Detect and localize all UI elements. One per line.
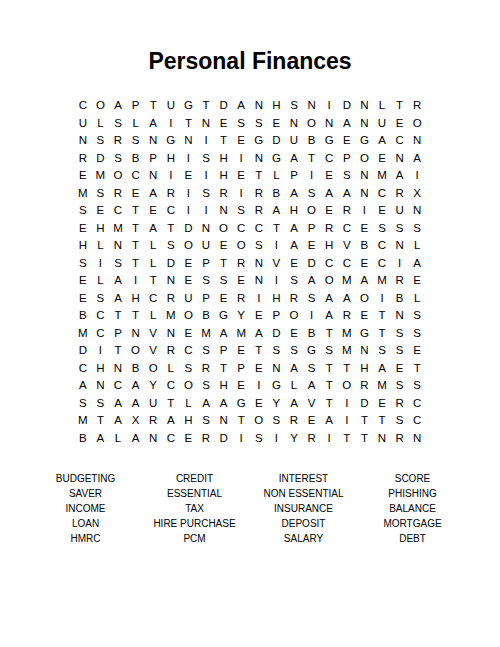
grid-cell[interactable]: R	[232, 290, 250, 308]
grid-cell[interactable]: G	[268, 377, 286, 395]
grid-cell[interactable]: A	[285, 395, 303, 413]
grid-cell[interactable]: E	[338, 132, 356, 150]
grid-cell[interactable]: D	[92, 150, 110, 168]
grid-cell[interactable]: Y	[232, 307, 250, 325]
grid-cell[interactable]: T	[144, 97, 162, 115]
grid-cell[interactable]: N	[250, 97, 268, 115]
grid-cell[interactable]: N	[250, 255, 268, 273]
grid-cell[interactable]: R	[250, 202, 268, 220]
grid-cell[interactable]: A	[285, 220, 303, 238]
grid-cell[interactable]: O	[92, 97, 110, 115]
grid-cell[interactable]: E	[268, 115, 286, 133]
grid-cell[interactable]: E	[391, 360, 409, 378]
grid-cell[interactable]: R	[215, 185, 233, 203]
grid-cell[interactable]: N	[250, 272, 268, 290]
grid-cell[interactable]: T	[127, 202, 145, 220]
grid-cell[interactable]: A	[109, 290, 127, 308]
grid-cell[interactable]: U	[74, 115, 92, 133]
grid-cell[interactable]: N	[303, 97, 321, 115]
grid-cell[interactable]: N	[356, 115, 374, 133]
grid-cell[interactable]: O	[180, 237, 198, 255]
grid-cell[interactable]: A	[197, 395, 215, 413]
grid-cell[interactable]: N	[74, 132, 92, 150]
grid-cell[interactable]: G	[162, 132, 180, 150]
grid-cell[interactable]: H	[92, 360, 110, 378]
grid-cell[interactable]: D	[180, 220, 198, 238]
grid-cell[interactable]: S	[197, 412, 215, 430]
grid-cell[interactable]: T	[127, 255, 145, 273]
grid-cell[interactable]: A	[109, 395, 127, 413]
grid-cell[interactable]: U	[162, 97, 180, 115]
grid-cell[interactable]: N	[162, 272, 180, 290]
grid-cell[interactable]: D	[356, 395, 374, 413]
grid-cell[interactable]: N	[268, 360, 286, 378]
grid-cell[interactable]: E	[250, 307, 268, 325]
grid-cell[interactable]: N	[144, 430, 162, 448]
grid-cell[interactable]: O	[303, 115, 321, 133]
grid-cell[interactable]: M	[373, 377, 391, 395]
grid-cell[interactable]: A	[338, 290, 356, 308]
grid-cell[interactable]: A	[215, 395, 233, 413]
grid-cell[interactable]: I	[303, 167, 321, 185]
grid-cell[interactable]: C	[127, 167, 145, 185]
grid-cell[interactable]: V	[144, 325, 162, 343]
grid-cell[interactable]: N	[408, 202, 426, 220]
grid-cell[interactable]: E	[74, 290, 92, 308]
grid-cell[interactable]: E	[180, 167, 198, 185]
grid-cell[interactable]: A	[285, 185, 303, 203]
grid-cell[interactable]: D	[215, 430, 233, 448]
grid-cell[interactable]: D	[268, 325, 286, 343]
grid-cell[interactable]: S	[320, 342, 338, 360]
grid-cell[interactable]: C	[373, 237, 391, 255]
grid-cell[interactable]: I	[356, 202, 374, 220]
grid-cell[interactable]: E	[373, 202, 391, 220]
grid-cell[interactable]: T	[320, 325, 338, 343]
grid-cell[interactable]: S	[250, 115, 268, 133]
grid-cell[interactable]: I	[268, 272, 286, 290]
grid-cell[interactable]: S	[92, 185, 110, 203]
grid-cell[interactable]: S	[373, 342, 391, 360]
grid-cell[interactable]: A	[250, 325, 268, 343]
grid-cell[interactable]: E	[180, 272, 198, 290]
grid-cell[interactable]: N	[408, 132, 426, 150]
grid-cell[interactable]: I	[197, 167, 215, 185]
grid-cell[interactable]: N	[356, 185, 374, 203]
grid-cell[interactable]: R	[320, 220, 338, 238]
grid-cell[interactable]: V	[303, 395, 321, 413]
grid-cell[interactable]: C	[109, 377, 127, 395]
grid-cell[interactable]: E	[74, 272, 92, 290]
grid-cell[interactable]: A	[320, 307, 338, 325]
grid-cell[interactable]: O	[250, 412, 268, 430]
grid-cell[interactable]: B	[356, 237, 374, 255]
grid-cell[interactable]: A	[373, 132, 391, 150]
grid-cell[interactable]: C	[144, 290, 162, 308]
grid-cell[interactable]: R	[338, 307, 356, 325]
grid-cell[interactable]: E	[373, 150, 391, 168]
grid-cell[interactable]: L	[144, 307, 162, 325]
grid-cell[interactable]: B	[303, 132, 321, 150]
grid-cell[interactable]: E	[232, 272, 250, 290]
grid-cell[interactable]: A	[109, 272, 127, 290]
grid-cell[interactable]: A	[338, 115, 356, 133]
grid-cell[interactable]: R	[356, 377, 374, 395]
grid-cell[interactable]: M	[197, 325, 215, 343]
grid-cell[interactable]: I	[232, 150, 250, 168]
grid-cell[interactable]: A	[215, 325, 233, 343]
grid-cell[interactable]: L	[268, 167, 286, 185]
grid-cell[interactable]: B	[74, 307, 92, 325]
grid-cell[interactable]: G	[303, 342, 321, 360]
grid-cell[interactable]: A	[303, 377, 321, 395]
grid-cell[interactable]: T	[127, 307, 145, 325]
grid-cell[interactable]: T	[215, 132, 233, 150]
grid-cell[interactable]: I	[162, 115, 180, 133]
grid-cell[interactable]: H	[268, 97, 286, 115]
grid-cell[interactable]: E	[303, 412, 321, 430]
grid-cell[interactable]: B	[197, 307, 215, 325]
grid-cell[interactable]: R	[285, 412, 303, 430]
grid-cell[interactable]: E	[215, 115, 233, 133]
grid-cell[interactable]: B	[268, 185, 286, 203]
grid-cell[interactable]: R	[144, 412, 162, 430]
grid-cell[interactable]: A	[320, 185, 338, 203]
grid-cell[interactable]: I	[250, 377, 268, 395]
grid-cell[interactable]: N	[109, 360, 127, 378]
grid-cell[interactable]: S	[250, 237, 268, 255]
grid-cell[interactable]: T	[109, 342, 127, 360]
grid-cell[interactable]: T	[232, 412, 250, 430]
grid-cell[interactable]: E	[180, 255, 198, 273]
grid-cell[interactable]: D	[338, 97, 356, 115]
grid-cell[interactable]: E	[285, 325, 303, 343]
grid-cell[interactable]: T	[320, 360, 338, 378]
grid-cell[interactable]: T	[215, 255, 233, 273]
grid-cell[interactable]: L	[92, 115, 110, 133]
grid-cell[interactable]: E	[74, 167, 92, 185]
grid-cell[interactable]: R	[74, 150, 92, 168]
grid-cell[interactable]: X	[408, 185, 426, 203]
grid-cell[interactable]: P	[338, 150, 356, 168]
grid-cell[interactable]: E	[356, 307, 374, 325]
grid-cell[interactable]: G	[268, 150, 286, 168]
grid-cell[interactable]: E	[303, 237, 321, 255]
grid-cell[interactable]: S	[250, 430, 268, 448]
grid-cell[interactable]: P	[144, 150, 162, 168]
grid-cell[interactable]: C	[74, 97, 92, 115]
grid-cell[interactable]: S	[268, 412, 286, 430]
grid-cell[interactable]: A	[320, 412, 338, 430]
grid-cell[interactable]: T	[338, 430, 356, 448]
grid-cell[interactable]: L	[127, 115, 145, 133]
grid-cell[interactable]: T	[356, 430, 374, 448]
grid-cell[interactable]: M	[74, 412, 92, 430]
grid-cell[interactable]: S	[303, 360, 321, 378]
grid-cell[interactable]: I	[180, 185, 198, 203]
grid-cell[interactable]: L	[92, 237, 110, 255]
grid-cell[interactable]: C	[232, 220, 250, 238]
grid-cell[interactable]: T	[92, 412, 110, 430]
grid-cell[interactable]: O	[408, 115, 426, 133]
grid-cell[interactable]: I	[162, 167, 180, 185]
grid-cell[interactable]: N	[180, 132, 198, 150]
grid-cell[interactable]: C	[162, 430, 180, 448]
grid-cell[interactable]: D	[303, 255, 321, 273]
grid-cell[interactable]: R	[197, 430, 215, 448]
grid-cell[interactable]: S	[74, 202, 92, 220]
grid-cell[interactable]: C	[338, 220, 356, 238]
grid-cell[interactable]: C	[250, 220, 268, 238]
grid-cell[interactable]: H	[180, 412, 198, 430]
grid-cell[interactable]: N	[391, 237, 409, 255]
grid-cell[interactable]: M	[338, 272, 356, 290]
grid-cell[interactable]: I	[303, 307, 321, 325]
grid-cell[interactable]: A	[338, 185, 356, 203]
grid-cell[interactable]: A	[109, 412, 127, 430]
grid-cell[interactable]: S	[391, 377, 409, 395]
grid-cell[interactable]: I	[338, 395, 356, 413]
grid-cell[interactable]: I	[180, 150, 198, 168]
grid-cell[interactable]: T	[373, 412, 391, 430]
grid-cell[interactable]: O	[144, 360, 162, 378]
grid-cell[interactable]: I	[197, 132, 215, 150]
grid-cell[interactable]: E	[391, 115, 409, 133]
grid-cell[interactable]: H	[285, 202, 303, 220]
grid-cell[interactable]: I	[338, 412, 356, 430]
grid-cell[interactable]: R	[391, 272, 409, 290]
grid-cell[interactable]: D	[74, 342, 92, 360]
grid-cell[interactable]: U	[373, 115, 391, 133]
grid-cell[interactable]: B	[391, 290, 409, 308]
grid-cell[interactable]: Y	[144, 377, 162, 395]
grid-cell[interactable]: B	[303, 325, 321, 343]
grid-cell[interactable]: C	[92, 325, 110, 343]
grid-cell[interactable]: I	[320, 97, 338, 115]
grid-cell[interactable]: U	[144, 395, 162, 413]
grid-cell[interactable]: M	[373, 167, 391, 185]
grid-cell[interactable]: L	[144, 237, 162, 255]
grid-cell[interactable]: R	[285, 290, 303, 308]
grid-cell[interactable]: A	[92, 430, 110, 448]
grid-cell[interactable]: T	[373, 307, 391, 325]
grid-cell[interactable]: T	[162, 395, 180, 413]
grid-cell[interactable]: G	[250, 132, 268, 150]
grid-cell[interactable]: H	[320, 237, 338, 255]
grid-cell[interactable]: N	[356, 167, 374, 185]
grid-cell[interactable]: E	[232, 132, 250, 150]
grid-cell[interactable]: O	[109, 167, 127, 185]
grid-cell[interactable]: H	[215, 167, 233, 185]
grid-cell[interactable]: S	[74, 395, 92, 413]
grid-cell[interactable]: E	[180, 325, 198, 343]
grid-cell[interactable]: G	[215, 307, 233, 325]
grid-cell[interactable]: N	[391, 150, 409, 168]
grid-cell[interactable]: C	[162, 202, 180, 220]
grid-cell[interactable]: N	[356, 97, 374, 115]
grid-cell[interactable]: E	[356, 220, 374, 238]
grid-cell[interactable]: H	[215, 150, 233, 168]
grid-cell[interactable]: N	[197, 220, 215, 238]
grid-cell[interactable]: A	[303, 272, 321, 290]
grid-cell[interactable]: N	[285, 115, 303, 133]
grid-cell[interactable]: U	[391, 202, 409, 220]
grid-cell[interactable]: S	[197, 150, 215, 168]
grid-cell[interactable]: N	[391, 307, 409, 325]
grid-cell[interactable]: I	[408, 167, 426, 185]
grid-cell[interactable]: E	[250, 395, 268, 413]
grid-cell[interactable]: R	[109, 132, 127, 150]
grid-cell[interactable]: I	[232, 430, 250, 448]
grid-cell[interactable]: P	[215, 342, 233, 360]
grid-cell[interactable]: A	[285, 237, 303, 255]
grid-cell[interactable]: E	[250, 360, 268, 378]
grid-cell[interactable]: E	[408, 272, 426, 290]
grid-cell[interactable]: B	[74, 430, 92, 448]
grid-cell[interactable]: T	[250, 342, 268, 360]
grid-cell[interactable]: T	[408, 360, 426, 378]
grid-cell[interactable]: H	[215, 377, 233, 395]
grid-cell[interactable]: M	[338, 342, 356, 360]
grid-cell[interactable]: E	[232, 167, 250, 185]
grid-cell[interactable]: P	[127, 97, 145, 115]
grid-cell[interactable]: R	[197, 360, 215, 378]
grid-cell[interactable]: P	[197, 255, 215, 273]
grid-cell[interactable]: S	[127, 132, 145, 150]
grid-cell[interactable]: T	[109, 307, 127, 325]
grid-cell[interactable]: N	[109, 237, 127, 255]
grid-cell[interactable]: C	[408, 395, 426, 413]
grid-cell[interactable]: T	[162, 220, 180, 238]
grid-cell[interactable]: R	[162, 185, 180, 203]
grid-cell[interactable]: P	[109, 325, 127, 343]
grid-cell[interactable]: R	[391, 430, 409, 448]
grid-cell[interactable]: A	[127, 377, 145, 395]
grid-cell[interactable]: N	[215, 202, 233, 220]
grid-cell[interactable]: X	[127, 412, 145, 430]
grid-cell[interactable]: M	[74, 185, 92, 203]
grid-cell[interactable]: L	[144, 255, 162, 273]
grid-cell[interactable]: E	[144, 202, 162, 220]
grid-cell[interactable]: I	[127, 272, 145, 290]
grid-cell[interactable]: O	[303, 202, 321, 220]
grid-cell[interactable]: N	[373, 430, 391, 448]
grid-cell[interactable]: E	[215, 290, 233, 308]
grid-cell[interactable]: P	[197, 290, 215, 308]
grid-cell[interactable]: S	[408, 377, 426, 395]
grid-cell[interactable]: O	[285, 307, 303, 325]
grid-cell[interactable]: R	[250, 185, 268, 203]
grid-cell[interactable]: A	[391, 167, 409, 185]
grid-cell[interactable]: L	[408, 237, 426, 255]
grid-cell[interactable]: O	[180, 377, 198, 395]
grid-cell[interactable]: I	[197, 202, 215, 220]
grid-cell[interactable]: T	[356, 412, 374, 430]
grid-cell[interactable]: O	[356, 150, 374, 168]
grid-cell[interactable]: L	[285, 377, 303, 395]
grid-cell[interactable]: N	[144, 132, 162, 150]
grid-cell[interactable]: V	[268, 255, 286, 273]
grid-cell[interactable]: G	[180, 97, 198, 115]
grid-cell[interactable]: Y	[268, 395, 286, 413]
grid-cell[interactable]: I	[373, 290, 391, 308]
grid-cell[interactable]: R	[162, 342, 180, 360]
grid-cell[interactable]: P	[303, 220, 321, 238]
grid-cell[interactable]: N	[408, 430, 426, 448]
grid-cell[interactable]: A	[373, 360, 391, 378]
grid-cell[interactable]: T	[215, 360, 233, 378]
grid-cell[interactable]: C	[92, 307, 110, 325]
grid-cell[interactable]: D	[268, 132, 286, 150]
grid-cell[interactable]: C	[180, 342, 198, 360]
grid-cell[interactable]: A	[356, 272, 374, 290]
grid-cell[interactable]: C	[74, 360, 92, 378]
grid-cell[interactable]: E	[127, 185, 145, 203]
grid-cell[interactable]: E	[232, 342, 250, 360]
grid-cell[interactable]: O	[320, 272, 338, 290]
grid-cell[interactable]: R	[109, 185, 127, 203]
grid-cell[interactable]: S	[162, 237, 180, 255]
grid-cell[interactable]: P	[285, 167, 303, 185]
grid-cell[interactable]: C	[338, 255, 356, 273]
grid-cell[interactable]: I	[391, 255, 409, 273]
grid-cell[interactable]: N	[215, 412, 233, 430]
grid-cell[interactable]: S	[92, 395, 110, 413]
grid-cell[interactable]: S	[285, 272, 303, 290]
grid-cell[interactable]: P	[268, 307, 286, 325]
grid-cell[interactable]: A	[127, 395, 145, 413]
grid-cell[interactable]: N	[92, 377, 110, 395]
grid-cell[interactable]: S	[391, 325, 409, 343]
grid-cell[interactable]: A	[268, 202, 286, 220]
grid-cell[interactable]: M	[162, 307, 180, 325]
grid-cell[interactable]: S	[197, 185, 215, 203]
grid-cell[interactable]: S	[268, 342, 286, 360]
grid-cell[interactable]: A	[144, 185, 162, 203]
grid-cell[interactable]: S	[92, 290, 110, 308]
grid-cell[interactable]: T	[391, 97, 409, 115]
grid-cell[interactable]: T	[338, 360, 356, 378]
grid-cell[interactable]: O	[127, 342, 145, 360]
grid-cell[interactable]: S	[285, 97, 303, 115]
grid-cell[interactable]: O	[180, 307, 198, 325]
grid-cell[interactable]: V	[144, 342, 162, 360]
grid-cell[interactable]: N	[356, 342, 374, 360]
grid-cell[interactable]: A	[109, 97, 127, 115]
grid-cell[interactable]: E	[373, 395, 391, 413]
grid-cell[interactable]: D	[162, 255, 180, 273]
grid-cell[interactable]: S	[391, 412, 409, 430]
grid-cell[interactable]: I	[92, 342, 110, 360]
grid-cell[interactable]: S	[197, 272, 215, 290]
grid-cell[interactable]: T	[127, 220, 145, 238]
grid-cell[interactable]: S	[303, 185, 321, 203]
grid-cell[interactable]: S	[408, 307, 426, 325]
grid-cell[interactable]: A	[127, 430, 145, 448]
grid-cell[interactable]: T	[197, 97, 215, 115]
grid-cell[interactable]: C	[391, 132, 409, 150]
grid-cell[interactable]: A	[74, 377, 92, 395]
grid-cell[interactable]: G	[232, 395, 250, 413]
grid-cell[interactable]: N	[197, 115, 215, 133]
grid-cell[interactable]: I	[92, 255, 110, 273]
grid-cell[interactable]: A	[285, 150, 303, 168]
grid-cell[interactable]: L	[408, 290, 426, 308]
grid-cell[interactable]: S	[303, 290, 321, 308]
grid-cell[interactable]: M	[109, 220, 127, 238]
grid-cell[interactable]: S	[197, 342, 215, 360]
grid-cell[interactable]: S	[232, 115, 250, 133]
